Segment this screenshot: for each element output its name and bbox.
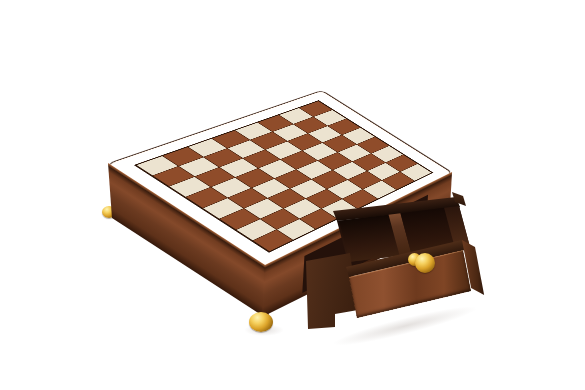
drawer-knob[interactable] xyxy=(415,253,435,273)
brass-ball-foot-front xyxy=(249,312,273,332)
product-photo-stage xyxy=(0,0,585,390)
